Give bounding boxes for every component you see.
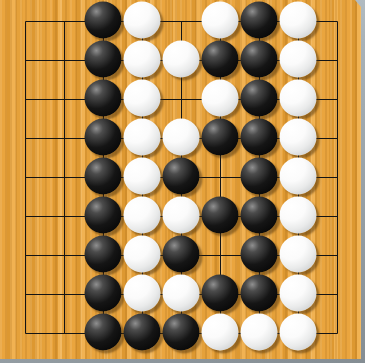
- black-stone[interactable]: [241, 119, 278, 156]
- black-stone[interactable]: [202, 41, 239, 78]
- white-stone[interactable]: [124, 236, 161, 273]
- white-stone[interactable]: [163, 119, 200, 156]
- white-stone[interactable]: [280, 275, 317, 312]
- white-stone[interactable]: [280, 197, 317, 234]
- white-stone[interactable]: [280, 41, 317, 78]
- black-stone[interactable]: [202, 197, 239, 234]
- black-stone[interactable]: [85, 158, 122, 195]
- white-stone[interactable]: [280, 119, 317, 156]
- white-stone[interactable]: [124, 80, 161, 117]
- white-stone[interactable]: [124, 2, 161, 39]
- black-stone[interactable]: [241, 80, 278, 117]
- white-stone[interactable]: [280, 2, 317, 39]
- black-stone[interactable]: [163, 158, 200, 195]
- black-stone[interactable]: [241, 275, 278, 312]
- white-stone[interactable]: [280, 236, 317, 273]
- white-stone[interactable]: [124, 41, 161, 78]
- black-stone[interactable]: [85, 197, 122, 234]
- white-stone[interactable]: [202, 314, 239, 351]
- black-stone[interactable]: [85, 275, 122, 312]
- white-stone[interactable]: [124, 158, 161, 195]
- white-stone[interactable]: [163, 41, 200, 78]
- black-stone[interactable]: [241, 41, 278, 78]
- black-stone[interactable]: [241, 236, 278, 273]
- black-stone[interactable]: [85, 119, 122, 156]
- black-stone[interactable]: [163, 314, 200, 351]
- black-stone[interactable]: [202, 275, 239, 312]
- white-stone[interactable]: [280, 80, 317, 117]
- go-board[interactable]: [0, 0, 365, 363]
- black-stone[interactable]: [85, 41, 122, 78]
- go-board-screenshot: [0, 0, 365, 363]
- black-stone[interactable]: [85, 2, 122, 39]
- white-stone[interactable]: [163, 197, 200, 234]
- white-stone[interactable]: [280, 314, 317, 351]
- white-stone[interactable]: [124, 119, 161, 156]
- black-stone[interactable]: [85, 314, 122, 351]
- black-stone[interactable]: [85, 80, 122, 117]
- black-stone[interactable]: [241, 158, 278, 195]
- white-stone[interactable]: [124, 275, 161, 312]
- black-stone[interactable]: [85, 236, 122, 273]
- white-stone[interactable]: [202, 80, 239, 117]
- black-stone[interactable]: [163, 236, 200, 273]
- white-stone[interactable]: [202, 2, 239, 39]
- black-stone[interactable]: [241, 197, 278, 234]
- white-stone[interactable]: [241, 314, 278, 351]
- white-stone[interactable]: [163, 275, 200, 312]
- black-stone[interactable]: [124, 314, 161, 351]
- white-stone[interactable]: [124, 197, 161, 234]
- black-stone[interactable]: [241, 2, 278, 39]
- black-stone[interactable]: [202, 119, 239, 156]
- white-stone[interactable]: [280, 158, 317, 195]
